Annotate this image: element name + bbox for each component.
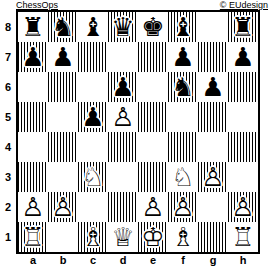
file-labels: abcdefgh <box>18 254 270 268</box>
square-f4[interactable] <box>168 132 198 162</box>
square-h6[interactable] <box>228 72 258 102</box>
white-pawn-icon-fill: ♟ <box>228 192 258 222</box>
square-g6[interactable]: ♟ <box>198 72 228 102</box>
square-d4[interactable] <box>108 132 138 162</box>
square-d6[interactable]: ♟ <box>108 72 138 102</box>
square-c6[interactable] <box>78 72 108 102</box>
square-e3[interactable] <box>138 162 168 192</box>
square-a2[interactable]: ♟♙ <box>18 192 48 222</box>
rank-label-2: 2 <box>0 192 16 222</box>
square-g1[interactable] <box>198 222 228 252</box>
square-b2[interactable]: ♟♙ <box>48 192 78 222</box>
white-bishop-icon: ♗ <box>78 222 108 252</box>
square-e1[interactable]: ♚♔ <box>138 222 168 252</box>
square-h2[interactable]: ♟♙ <box>228 192 258 222</box>
black-knight-icon: ♞ <box>168 72 198 102</box>
black-pawn-icon: ♟ <box>168 42 198 72</box>
black-pawn-icon: ♟ <box>198 72 228 102</box>
square-f8[interactable]: ♝ <box>168 12 198 42</box>
rank-label-4: 4 <box>0 132 16 162</box>
copyright-link[interactable]: © EUdesign <box>220 0 268 10</box>
square-c2[interactable] <box>78 192 108 222</box>
chessops-screen: ChessOps © EUdesign 87654321 ♜♞♝♛♚♝♜♟♟♟♟… <box>0 0 270 270</box>
white-pawn-icon-fill: ♟ <box>168 192 198 222</box>
rank-label-5: 5 <box>0 102 16 132</box>
square-e7[interactable] <box>138 42 168 72</box>
square-h3[interactable] <box>228 162 258 192</box>
black-rook-icon: ♜ <box>18 12 48 42</box>
square-b5[interactable] <box>48 102 78 132</box>
rank-labels: 87654321 <box>0 10 16 254</box>
square-b3[interactable] <box>48 162 78 192</box>
rank-label-8: 8 <box>0 12 16 42</box>
square-g2[interactable] <box>198 192 228 222</box>
square-a5[interactable] <box>18 102 48 132</box>
chess-board: ♜♞♝♛♚♝♜♟♟♟♟♟♞♟♟♟♙♞♘♞♘♟♙♟♙♟♙♟♙♟♙♟♙♜♖♝♗♛♕♚… <box>16 10 260 254</box>
square-e6[interactable] <box>138 72 168 102</box>
white-pawn-icon: ♙ <box>18 192 48 222</box>
square-g3[interactable]: ♟♙ <box>198 162 228 192</box>
square-d3[interactable] <box>108 162 138 192</box>
rank-label-1: 1 <box>0 222 16 252</box>
square-a8[interactable]: ♜ <box>18 12 48 42</box>
white-bishop-icon-fill: ♝ <box>168 222 198 252</box>
white-king-icon-fill: ♚ <box>138 222 168 252</box>
white-pawn-icon-fill: ♟ <box>108 102 138 132</box>
square-e5[interactable] <box>138 102 168 132</box>
white-queen-icon: ♕ <box>108 222 138 252</box>
square-b1[interactable] <box>48 222 78 252</box>
square-e4[interactable] <box>138 132 168 162</box>
white-knight-icon-fill: ♞ <box>78 162 108 192</box>
white-pawn-icon-fill: ♟ <box>48 192 78 222</box>
white-rook-icon-fill: ♜ <box>228 222 258 252</box>
square-e2[interactable]: ♟♙ <box>138 192 168 222</box>
white-pawn-icon: ♙ <box>228 192 258 222</box>
square-h1[interactable]: ♜♖ <box>228 222 258 252</box>
rank-label-3: 3 <box>0 162 16 192</box>
white-pawn-icon-fill: ♟ <box>18 192 48 222</box>
header: ChessOps © EUdesign <box>0 0 270 10</box>
square-f3[interactable]: ♞♘ <box>168 162 198 192</box>
white-knight-icon: ♘ <box>168 162 198 192</box>
square-c3[interactable]: ♞♘ <box>78 162 108 192</box>
white-pawn-icon: ♙ <box>198 162 228 192</box>
square-f1[interactable]: ♝♗ <box>168 222 198 252</box>
file-label-f: f <box>168 254 198 268</box>
square-b6[interactable] <box>48 72 78 102</box>
app-title-link[interactable]: ChessOps <box>16 0 58 10</box>
black-knight-icon: ♞ <box>48 12 78 42</box>
file-label-c: c <box>78 254 108 268</box>
square-e8[interactable]: ♚ <box>138 12 168 42</box>
white-queen-icon-fill: ♛ <box>108 222 138 252</box>
square-c7[interactable] <box>78 42 108 72</box>
white-pawn-icon-fill: ♟ <box>198 162 228 192</box>
square-g7[interactable] <box>198 42 228 72</box>
square-g5[interactable] <box>198 102 228 132</box>
white-king-icon: ♔ <box>138 222 168 252</box>
square-h4[interactable] <box>228 132 258 162</box>
square-c1[interactable]: ♝♗ <box>78 222 108 252</box>
square-f7[interactable]: ♟ <box>168 42 198 72</box>
black-bishop-icon: ♝ <box>78 12 108 42</box>
square-b4[interactable] <box>48 132 78 162</box>
white-pawn-icon: ♙ <box>108 102 138 132</box>
file-label-g: g <box>198 254 228 268</box>
square-d8[interactable]: ♛ <box>108 12 138 42</box>
square-h7[interactable]: ♟ <box>228 42 258 72</box>
black-rook-icon: ♜ <box>228 12 258 42</box>
square-h8[interactable]: ♜ <box>228 12 258 42</box>
file-label-h: h <box>228 254 258 268</box>
square-a3[interactable] <box>18 162 48 192</box>
square-g4[interactable] <box>198 132 228 162</box>
square-d2[interactable] <box>108 192 138 222</box>
square-a1[interactable]: ♜♖ <box>18 222 48 252</box>
square-a6[interactable] <box>18 72 48 102</box>
square-f2[interactable]: ♟♙ <box>168 192 198 222</box>
square-c4[interactable] <box>78 132 108 162</box>
white-knight-icon: ♘ <box>78 162 108 192</box>
square-f6[interactable]: ♞ <box>168 72 198 102</box>
square-h5[interactable] <box>228 102 258 132</box>
square-g8[interactable] <box>198 12 228 42</box>
rank-label-7: 7 <box>0 42 16 72</box>
white-knight-icon-fill: ♞ <box>168 162 198 192</box>
square-b7[interactable]: ♟ <box>48 42 78 72</box>
square-d7[interactable] <box>108 42 138 72</box>
square-a7[interactable]: ♟ <box>18 42 48 72</box>
white-rook-icon: ♖ <box>228 222 258 252</box>
black-king-icon: ♚ <box>138 12 168 42</box>
white-bishop-icon: ♗ <box>168 222 198 252</box>
square-b8[interactable]: ♞ <box>48 12 78 42</box>
square-c5[interactable]: ♟ <box>78 102 108 132</box>
white-pawn-icon: ♙ <box>138 192 168 222</box>
white-pawn-icon: ♙ <box>168 192 198 222</box>
square-c8[interactable]: ♝ <box>78 12 108 42</box>
white-rook-icon-fill: ♜ <box>18 222 48 252</box>
black-pawn-icon: ♟ <box>108 72 138 102</box>
file-label-e: e <box>138 254 168 268</box>
rank-label-6: 6 <box>0 72 16 102</box>
black-pawn-icon: ♟ <box>228 42 258 72</box>
file-label-d: d <box>108 254 138 268</box>
square-d5[interactable]: ♟♙ <box>108 102 138 132</box>
board-area: 87654321 ♜♞♝♛♚♝♜♟♟♟♟♟♞♟♟♟♙♞♘♞♘♟♙♟♙♟♙♟♙♟♙… <box>0 10 270 254</box>
white-bishop-icon-fill: ♝ <box>78 222 108 252</box>
white-rook-icon: ♖ <box>18 222 48 252</box>
black-bishop-icon: ♝ <box>168 12 198 42</box>
file-label-a: a <box>18 254 48 268</box>
white-pawn-icon: ♙ <box>48 192 78 222</box>
white-pawn-icon-fill: ♟ <box>138 192 168 222</box>
file-label-b: b <box>48 254 78 268</box>
black-queen-icon: ♛ <box>108 12 138 42</box>
black-pawn-icon: ♟ <box>18 42 48 72</box>
black-pawn-icon: ♟ <box>48 42 78 72</box>
black-pawn-icon: ♟ <box>78 102 108 132</box>
square-d1[interactable]: ♛♕ <box>108 222 138 252</box>
square-f5[interactable] <box>168 102 198 132</box>
square-a4[interactable] <box>18 132 48 162</box>
